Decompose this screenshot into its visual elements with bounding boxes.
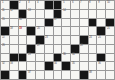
white-cell[interactable]	[10, 45, 18, 53]
white-cell[interactable]	[10, 19, 18, 27]
clue-number: 4	[37, 1, 38, 4]
clue-number: 30	[63, 53, 65, 56]
white-cell[interactable]	[97, 19, 105, 27]
white-cell[interactable]: 27	[36, 45, 44, 53]
white-cell[interactable]: 4	[36, 1, 44, 9]
clue-number: 27	[37, 44, 39, 47]
white-cell[interactable]	[45, 27, 53, 35]
clue-number: 3	[28, 1, 29, 4]
clue-number: 17	[54, 18, 56, 21]
clue-number: 32	[2, 62, 4, 65]
white-cell[interactable]: 32	[1, 62, 9, 70]
white-cell[interactable]: 12	[10, 10, 18, 18]
black-cell	[89, 19, 97, 27]
white-cell[interactable]	[62, 19, 70, 27]
white-cell[interactable]	[54, 36, 62, 44]
white-cell[interactable]	[36, 10, 44, 18]
white-cell[interactable]	[106, 54, 114, 62]
white-cell[interactable]: 20	[36, 27, 44, 35]
white-cell[interactable]	[45, 54, 53, 62]
white-cell[interactable]	[62, 36, 70, 44]
clue-number: 28	[80, 44, 82, 47]
white-cell[interactable]	[19, 36, 27, 44]
white-cell[interactable]	[27, 36, 35, 44]
white-cell[interactable]	[54, 27, 62, 35]
crossword-board: 1234567891011121314151617181920212223242…	[0, 0, 115, 80]
white-cell[interactable]: 37	[27, 71, 35, 79]
clue-number: 36	[98, 62, 100, 65]
black-cell	[45, 19, 53, 27]
white-cell[interactable]: 13	[27, 10, 35, 18]
white-cell[interactable]	[1, 54, 9, 62]
red-clue-number: 19	[19, 27, 21, 30]
white-cell[interactable]	[27, 19, 35, 27]
white-cell[interactable]: 35	[71, 62, 79, 70]
black-cell	[97, 27, 105, 35]
clue-number: 26	[2, 44, 4, 47]
clue-number: 2	[19, 1, 20, 4]
clue-number: 38	[89, 71, 91, 74]
white-cell[interactable]	[62, 71, 70, 79]
white-cell[interactable]: 16	[19, 19, 27, 27]
white-cell[interactable]	[97, 71, 105, 79]
white-cell[interactable]: 24	[89, 36, 97, 44]
clue-number: 25	[98, 36, 100, 39]
white-cell[interactable]: 17	[54, 19, 62, 27]
clue-number: 15	[2, 18, 4, 21]
white-cell[interactable]	[97, 10, 105, 18]
clue-number: 8	[89, 1, 90, 4]
clue-number: 5	[63, 1, 64, 4]
white-cell[interactable]	[71, 36, 79, 44]
black-cell	[1, 27, 9, 35]
white-cell[interactable]: 29	[27, 54, 35, 62]
black-cell	[19, 54, 27, 62]
black-cell	[62, 62, 70, 70]
clue-number: 11	[2, 9, 4, 12]
white-cell[interactable]	[80, 54, 88, 62]
white-cell[interactable]: 2	[19, 1, 27, 9]
white-cell[interactable]	[106, 36, 114, 44]
black-cell	[54, 54, 62, 62]
clue-number: 35	[72, 62, 74, 65]
clue-number: 31	[72, 53, 74, 56]
white-cell[interactable]: 31	[71, 54, 79, 62]
white-cell[interactable]	[80, 19, 88, 27]
white-cell[interactable]	[80, 10, 88, 18]
black-cell	[10, 54, 18, 62]
clue-number: 33	[10, 62, 12, 65]
white-cell[interactable]	[106, 10, 114, 18]
clue-number: 22	[2, 36, 4, 39]
white-cell[interactable]	[89, 45, 97, 53]
white-cell[interactable]: 36	[97, 62, 105, 70]
clue-number: 16	[19, 18, 21, 21]
white-cell[interactable]: 7	[80, 1, 88, 9]
white-cell[interactable]	[45, 45, 53, 53]
black-cell	[97, 54, 105, 62]
white-cell[interactable]: 30	[62, 54, 70, 62]
white-cell[interactable]: 25	[97, 36, 105, 44]
white-cell[interactable]: 34	[54, 62, 62, 70]
white-cell[interactable]: 21	[106, 27, 114, 35]
white-cell[interactable]	[71, 71, 79, 79]
white-cell[interactable]: 8	[89, 1, 97, 9]
white-cell[interactable]	[62, 27, 70, 35]
white-cell[interactable]	[71, 19, 79, 27]
white-cell[interactable]: 26	[1, 45, 9, 53]
white-cell[interactable]	[80, 27, 88, 35]
white-cell[interactable]	[54, 45, 62, 53]
black-cell	[19, 71, 27, 79]
white-cell[interactable]	[36, 54, 44, 62]
clue-number: 1	[2, 1, 3, 4]
clue-number: 12	[10, 9, 12, 12]
white-cell[interactable]	[36, 19, 44, 27]
white-cell[interactable]	[97, 45, 105, 53]
white-cell[interactable]	[36, 62, 44, 70]
clue-number: 21	[107, 27, 109, 30]
white-cell[interactable]	[36, 71, 44, 79]
white-cell[interactable]	[89, 54, 97, 62]
white-cell[interactable]: 33	[10, 62, 18, 70]
white-cell[interactable]	[10, 71, 18, 79]
white-cell[interactable]	[89, 27, 97, 35]
clue-number: 18	[10, 27, 12, 30]
white-cell[interactable]	[10, 36, 18, 44]
white-cell[interactable]	[54, 71, 62, 79]
black-cell	[27, 27, 35, 35]
white-cell[interactable]	[27, 62, 35, 70]
white-cell[interactable]: 38	[89, 71, 97, 79]
white-cell[interactable]	[45, 10, 53, 18]
white-cell[interactable]: 28	[80, 45, 88, 53]
white-cell[interactable]: 6	[71, 1, 79, 9]
white-cell[interactable]	[80, 62, 88, 70]
white-cell[interactable]: 18	[10, 27, 18, 35]
clue-number: 20	[37, 27, 39, 30]
white-cell[interactable]: 9	[97, 1, 105, 9]
white-cell[interactable]: 23	[45, 36, 53, 44]
black-cell	[1, 71, 9, 79]
white-cell[interactable]: 14	[62, 10, 70, 18]
white-cell[interactable]	[106, 45, 114, 53]
clue-number: 9	[98, 1, 99, 4]
white-cell[interactable]	[71, 10, 79, 18]
white-cell[interactable]	[19, 62, 27, 70]
clue-number: 29	[28, 53, 30, 56]
white-cell[interactable]	[89, 62, 97, 70]
black-cell	[45, 62, 53, 70]
white-cell[interactable]: 10	[106, 1, 114, 9]
clue-number: 6	[72, 1, 73, 4]
clue-number: 37	[28, 71, 30, 74]
white-cell[interactable]	[71, 27, 79, 35]
white-cell[interactable]: 19	[19, 27, 27, 35]
black-cell	[45, 1, 53, 9]
white-cell[interactable]: 15	[1, 19, 9, 27]
clue-number: 7	[80, 1, 81, 4]
black-cell	[106, 19, 114, 27]
clue-number: 23	[45, 36, 47, 39]
black-cell	[80, 71, 88, 79]
clue-number: 14	[63, 9, 65, 12]
white-cell[interactable]	[45, 71, 53, 79]
clue-number: 34	[54, 62, 56, 65]
white-cell[interactable]	[106, 62, 114, 70]
clue-number: 13	[28, 9, 30, 12]
clue-number: 10	[107, 1, 109, 4]
white-cell[interactable]	[89, 10, 97, 18]
white-cell[interactable]	[19, 45, 27, 53]
white-cell[interactable]	[106, 71, 114, 79]
black-cell	[54, 1, 62, 9]
clue-number: 24	[89, 36, 91, 39]
